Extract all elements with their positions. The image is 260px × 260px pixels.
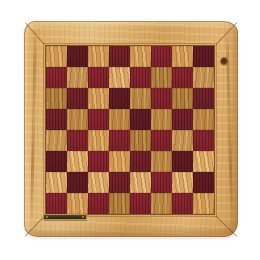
square-d2 xyxy=(109,172,130,193)
square-g3 xyxy=(172,151,193,172)
square-f4 xyxy=(151,130,172,151)
square-h8 xyxy=(193,46,214,67)
square-c4 xyxy=(88,130,109,151)
square-a5 xyxy=(46,109,67,130)
square-h6 xyxy=(193,88,214,109)
square-f1 xyxy=(151,193,172,214)
wood-knot xyxy=(220,57,229,66)
square-h2 xyxy=(193,172,214,193)
square-g1 xyxy=(172,193,193,214)
square-h1 xyxy=(193,193,214,214)
square-b6 xyxy=(67,88,88,109)
square-h3 xyxy=(193,151,214,172)
square-c2 xyxy=(88,172,109,193)
product-photo xyxy=(0,0,260,260)
square-g8 xyxy=(172,46,193,67)
square-d3 xyxy=(109,151,130,172)
square-b8 xyxy=(67,46,88,67)
square-d8 xyxy=(109,46,130,67)
square-c3 xyxy=(88,151,109,172)
square-d4 xyxy=(109,130,130,151)
chess-board xyxy=(24,21,238,237)
brass-plaque xyxy=(43,214,87,220)
square-b1 xyxy=(67,193,88,214)
square-c7 xyxy=(88,67,109,88)
square-b5 xyxy=(67,109,88,130)
square-h4 xyxy=(193,130,214,151)
square-e5 xyxy=(130,109,151,130)
board-grid xyxy=(46,46,214,214)
square-e2 xyxy=(130,172,151,193)
square-h7 xyxy=(193,67,214,88)
square-a1 xyxy=(46,193,67,214)
plaque-rivet-left xyxy=(46,216,48,218)
square-g5 xyxy=(172,109,193,130)
square-e8 xyxy=(130,46,151,67)
square-g2 xyxy=(172,172,193,193)
miter-seam-bottom-right xyxy=(213,213,238,237)
square-f5 xyxy=(151,109,172,130)
square-h5 xyxy=(193,109,214,130)
plaque-rivet-right xyxy=(82,216,84,218)
square-a4 xyxy=(46,130,67,151)
square-f6 xyxy=(151,88,172,109)
square-f2 xyxy=(151,172,172,193)
square-e6 xyxy=(130,88,151,109)
square-a7 xyxy=(46,67,67,88)
square-d7 xyxy=(109,67,130,88)
square-g6 xyxy=(172,88,193,109)
square-b7 xyxy=(67,67,88,88)
square-d1 xyxy=(109,193,130,214)
square-b4 xyxy=(67,130,88,151)
square-f3 xyxy=(151,151,172,172)
square-g4 xyxy=(172,130,193,151)
playing-area xyxy=(46,46,214,214)
wood-grain-left xyxy=(30,27,37,227)
square-f7 xyxy=(151,67,172,88)
square-d6 xyxy=(109,88,130,109)
square-e7 xyxy=(130,67,151,88)
square-b3 xyxy=(67,151,88,172)
square-c1 xyxy=(88,193,109,214)
square-c8 xyxy=(88,46,109,67)
square-c5 xyxy=(88,109,109,130)
square-e4 xyxy=(130,130,151,151)
square-e3 xyxy=(130,151,151,172)
square-f8 xyxy=(151,46,172,67)
square-b2 xyxy=(67,172,88,193)
square-c6 xyxy=(88,88,109,109)
square-a2 xyxy=(46,172,67,193)
square-d5 xyxy=(109,109,130,130)
square-a6 xyxy=(46,88,67,109)
square-a3 xyxy=(46,151,67,172)
square-e1 xyxy=(130,193,151,214)
square-g7 xyxy=(172,67,193,88)
square-a8 xyxy=(46,46,67,67)
